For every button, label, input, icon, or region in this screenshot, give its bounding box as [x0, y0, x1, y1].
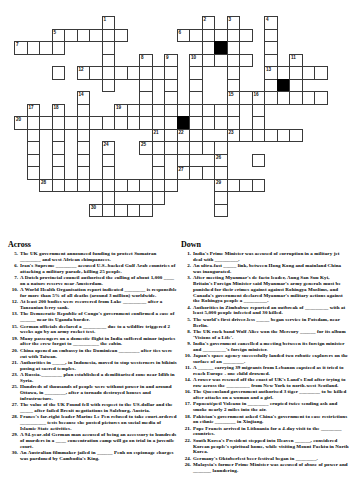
grid-cell[interactable] [227, 29, 241, 43]
grid-cell[interactable] [227, 54, 241, 68]
across-clue: 27.The value of the UK Pound fell with r… [8, 402, 178, 414]
cell-number: 30 [91, 205, 96, 210]
grid-cell[interactable] [77, 166, 91, 180]
grid-cell[interactable] [277, 66, 291, 80]
grid-cell[interactable] [164, 141, 178, 155]
grid-cell[interactable] [177, 141, 191, 155]
clue-number: 25. [8, 384, 20, 401]
down-clue: 4.Authorities in Zimbabwe reported an ou… [181, 305, 349, 317]
grid-cell[interactable] [289, 129, 303, 143]
grid-cell[interactable] [202, 166, 216, 180]
grid-cell[interactable] [152, 141, 166, 155]
grid-cell[interactable] [127, 116, 141, 130]
across-clue: 30.An Australian filmmaker jailed in ___… [8, 450, 178, 462]
grid-cell[interactable] [164, 116, 178, 130]
grid-cell[interactable] [227, 104, 241, 118]
clue-number: 18. [181, 414, 193, 426]
clue-text: After meeting Myanmar's de facto leader,… [193, 275, 349, 304]
across-clue: 23.A Russia-________ plan established a … [8, 372, 178, 384]
across-clue: 13.The Democratic Republic of Congo's go… [8, 311, 178, 323]
across-clue: 7.A Dutch provincial council authorised … [8, 275, 178, 287]
clue-number: 11. [181, 365, 193, 377]
crossword-grid: 1234567891011121314151617181920212223242… [14, 16, 328, 217]
clue-text: A ______ carrying 39 migrants from Leban… [193, 365, 349, 377]
cell-number: 2 [204, 17, 207, 22]
black-cell [214, 41, 228, 55]
grid-cell[interactable] [27, 116, 41, 130]
clue-text: The Queensland government authorised 3 t… [193, 389, 349, 401]
grid-cell[interactable] [102, 116, 116, 130]
clue-text: A rower was rescued off the coast of UK'… [193, 377, 349, 389]
cell-number: 19 [116, 105, 121, 110]
down-clue: 21.Pope Francis arrived in Lithuania for… [181, 426, 349, 438]
clue-text: Many passengers on a domestic flight in … [20, 336, 178, 348]
cell-number: 17 [29, 105, 34, 110]
grid-cell[interactable] [227, 66, 241, 80]
grid-cell[interactable]: 16 [252, 91, 266, 105]
grid-cell[interactable] [164, 79, 178, 93]
grid-cell[interactable]: 19 [114, 104, 128, 118]
grid-cell[interactable]: 6 [177, 29, 191, 43]
cell-number: 1 [104, 17, 107, 22]
across-clue: 12.At least 200 bodies were recovered fr… [8, 299, 178, 311]
grid-cell[interactable] [264, 41, 278, 55]
grid-cell[interactable] [164, 91, 178, 105]
cell-number: 10 [191, 55, 196, 60]
grid-cell[interactable] [52, 41, 66, 55]
puzzle-page: 1234567891011121314151617181920212223242… [0, 0, 353, 500]
grid-cell[interactable] [77, 104, 91, 118]
grid-cell[interactable]: 4 [264, 16, 278, 30]
across-clue: 5.The UK government announced funding to… [8, 251, 178, 263]
grid-cell[interactable] [214, 141, 228, 155]
grid-cell[interactable] [214, 204, 228, 218]
cell-number: 27 [179, 167, 184, 172]
clue-number: 13. [8, 311, 20, 323]
cell-number: 28 [41, 180, 46, 185]
grid-cell[interactable] [227, 41, 241, 55]
grid-cell[interactable] [139, 79, 153, 93]
grid-cell[interactable] [189, 91, 203, 105]
down-clue: 18.Pakistan's government asked China's g… [181, 414, 349, 426]
grid-cell[interactable]: 25 [139, 141, 153, 155]
clue-text: A Dutch provincial council authorised th… [20, 275, 178, 287]
grid-cell[interactable] [214, 166, 228, 180]
grid-cell[interactable] [102, 154, 116, 168]
grid-cell[interactable] [152, 179, 166, 193]
down-clue-list: 1.India's Prime Minister was accused of … [181, 251, 349, 473]
cell-number: 6 [179, 30, 182, 35]
grid-cell[interactable] [239, 29, 253, 43]
grid-cell[interactable] [64, 116, 78, 130]
clue-text: At least 200 bodies were recovered from … [20, 299, 178, 311]
grid-cell[interactable] [102, 29, 116, 43]
grid-cell[interactable] [177, 154, 191, 168]
grid-cell[interactable] [52, 154, 66, 168]
grid-cell[interactable] [202, 29, 216, 43]
grid-cell[interactable] [214, 191, 228, 205]
across-clue: 29.A 94-year-old German man accused of b… [8, 432, 178, 449]
grid-cell[interactable]: 17 [27, 104, 41, 118]
clue-text: China opened an embassy in the Dominican… [20, 348, 178, 360]
down-clue: 8.The UK rock band Wolf Alice won the Me… [181, 329, 349, 341]
clue-number: 17. [181, 401, 193, 413]
grid-cell[interactable] [52, 166, 66, 180]
grid-cell[interactable] [189, 129, 203, 143]
clue-text: The value of the UK Pound fell with resp… [20, 402, 178, 414]
across-clue: 6.Iran's Supreme ________ accused U.S.-b… [8, 263, 178, 275]
clue-text: Authorities in _____, in Indonesia, move… [20, 360, 178, 372]
grid-cell[interactable]: 24 [102, 141, 116, 155]
clue-number: 3. [181, 275, 193, 304]
grid-cell[interactable]: 11 [289, 54, 303, 68]
grid-cell[interactable] [277, 91, 291, 105]
grid-cell[interactable] [239, 54, 253, 68]
clue-text: Popocatépetl Volcano in ________ erupted… [193, 401, 349, 413]
clue-number: 28. [8, 414, 20, 431]
grid-cell[interactable] [27, 154, 41, 168]
clue-number: 19. [8, 336, 20, 348]
clue-text: A World Health Organisation report indic… [20, 287, 178, 299]
clue-text: The UK rock band Wolf Alice won the Merc… [193, 329, 349, 341]
grid-cell[interactable] [64, 179, 78, 193]
cell-number: 9 [166, 55, 169, 60]
grid-cell[interactable] [252, 154, 266, 168]
clue-number: 15. [8, 324, 20, 336]
across-clue: 15.German officials declared a _________… [8, 324, 178, 336]
clue-number: 23. [8, 372, 20, 384]
clue-text: The Democratic Republic of Congo's gover… [20, 311, 178, 323]
grid-cell[interactable] [252, 104, 266, 118]
cell-number: 8 [141, 55, 144, 60]
cell-number: 4 [266, 17, 269, 22]
clue-number: 24. [181, 456, 193, 462]
grid-cell[interactable] [127, 204, 141, 218]
grid-cell[interactable] [27, 141, 41, 155]
grid-cell[interactable]: 26 [214, 154, 228, 168]
grid-cell[interactable] [52, 116, 66, 130]
grid-cell[interactable] [264, 129, 278, 143]
down-clue: 26.Malaysia's former Prime Minister was … [181, 462, 349, 474]
down-clue: 11.A ______ carrying 39 migrants from Le… [181, 365, 349, 377]
grid-cell[interactable] [114, 66, 128, 80]
grid-cell[interactable]: 28 [39, 179, 53, 193]
down-clue: 2.An ultra-fast _____ link, between Hong… [181, 263, 349, 275]
across-clue: 20.China opened an embassy in the Domini… [8, 348, 178, 360]
clue-number: 20. [8, 348, 20, 360]
clue-text: Iran's Supreme ________ accused U.S.-bac… [20, 263, 178, 275]
clue-text: A Russia-________ plan established a dem… [20, 372, 178, 384]
grid-cell[interactable] [264, 54, 278, 68]
grid-cell[interactable] [27, 129, 41, 143]
grid-cell[interactable] [52, 66, 66, 80]
grid-cell[interactable] [239, 129, 253, 143]
clue-number: 26. [181, 462, 193, 474]
grid-cell[interactable] [164, 179, 178, 193]
grid-cell[interactable] [227, 116, 241, 130]
grid-cell[interactable] [89, 116, 103, 130]
down-clue: 24.Germany's Oktoberfest beer festival b… [181, 456, 349, 462]
grid-cell[interactable] [277, 129, 291, 143]
cell-number: 26 [216, 155, 221, 160]
across-clue: 21.Authorities in _____, in Indonesia, m… [8, 360, 178, 372]
grid-cell[interactable] [252, 129, 266, 143]
grid-cell[interactable] [139, 66, 153, 80]
grid-cell[interactable] [102, 41, 116, 55]
grid-cell[interactable]: 21 [152, 129, 166, 143]
grid-cell[interactable] [102, 179, 116, 193]
clue-number: 30. [8, 450, 20, 462]
grid-cell[interactable] [102, 79, 116, 93]
grid-cell[interactable]: 14 [77, 91, 91, 105]
clue-text: A 94-year-old German man accused of bein… [20, 432, 178, 449]
grid-cell[interactable] [114, 204, 128, 218]
grid-cell[interactable]: 9 [164, 54, 178, 68]
grid-cell[interactable] [77, 154, 91, 168]
grid-cell[interactable] [302, 66, 316, 80]
grid-cell[interactable]: 27 [177, 166, 191, 180]
grid-cell[interactable] [52, 129, 66, 143]
clue-text: South Korea's President stepped into Hea… [193, 438, 349, 455]
clue-number: 27. [8, 402, 20, 414]
grid-cell[interactable] [64, 29, 78, 43]
grid-cell[interactable]: 29 [214, 179, 228, 193]
grid-cell[interactable] [252, 116, 266, 130]
grid-cell[interactable] [189, 116, 203, 130]
down-clue: 5.The world's first driver-less _____ be… [181, 317, 349, 329]
grid-cell[interactable]: 1 [102, 16, 116, 30]
grid-cell[interactable] [314, 91, 328, 105]
grid-cell[interactable]: 5 [52, 29, 66, 43]
grid-cell[interactable] [289, 66, 303, 80]
grid-cell[interactable] [139, 204, 153, 218]
grid-cell[interactable] [89, 29, 103, 43]
across-clue: 10.A World Health Organisation report in… [8, 287, 178, 299]
cell-number: 29 [216, 180, 221, 185]
grid-cell[interactable] [77, 116, 91, 130]
cell-number: 14 [79, 92, 84, 97]
grid-cell[interactable] [152, 116, 166, 130]
grid-cell[interactable] [189, 66, 203, 80]
grid-cell[interactable]: 12 [77, 66, 91, 80]
down-heading: Down [181, 240, 349, 249]
grid-cell[interactable] [89, 66, 103, 80]
across-section: Across 5.The UK government announced fun… [8, 240, 178, 462]
clue-text: India's Prime Minister was accused of co… [193, 251, 349, 263]
cell-number: 22 [179, 130, 184, 135]
clue-number: 8. [181, 329, 193, 341]
grid-cell[interactable] [127, 104, 141, 118]
grid-cell[interactable] [114, 29, 128, 43]
down-clue: 22.South Korea's President stepped into … [181, 438, 349, 455]
grid-cell[interactable]: 2 [202, 16, 216, 30]
grid-cell[interactable] [252, 179, 266, 193]
grid-cell[interactable] [289, 79, 303, 93]
across-clue: 25.Hundreds of thousands of people were … [8, 384, 178, 401]
cell-number: 21 [154, 130, 159, 135]
down-clue: 17.Popocatépetl Volcano in ________ erup… [181, 401, 349, 413]
grid-cell[interactable] [152, 166, 166, 180]
grid-cell[interactable] [27, 166, 41, 180]
grid-cell[interactable]: 15 [227, 91, 241, 105]
grid-cell[interactable] [114, 116, 128, 130]
cell-number: 12 [79, 67, 84, 72]
down-clue: 3.After meeting Myanmar's de facto leade… [181, 275, 349, 304]
grid-cell[interactable] [202, 104, 216, 118]
grid-cell[interactable] [77, 129, 91, 143]
grid-cell[interactable] [239, 91, 253, 105]
down-clue: 9.India's government cancelled a meeting… [181, 341, 349, 353]
clue-number: 10. [181, 353, 193, 365]
grid-cell[interactable] [189, 166, 203, 180]
grid-cell[interactable]: 20 [14, 116, 28, 130]
grid-cell[interactable] [289, 91, 303, 105]
clue-number: 16. [181, 389, 193, 401]
grid-cell[interactable] [202, 141, 216, 155]
across-heading: Across [8, 240, 178, 249]
clue-text: France's far-right leader Marine Le Pen … [20, 414, 178, 431]
clue-text: Malaysia's former Prime Minister was acc… [193, 462, 349, 474]
cell-number: 3 [229, 17, 232, 22]
grid-cell[interactable] [152, 154, 166, 168]
grid-cell[interactable] [202, 41, 216, 55]
grid-cell[interactable] [102, 166, 116, 180]
grid-cell[interactable] [164, 66, 178, 80]
grid-cell[interactable] [27, 41, 41, 55]
clue-number: 1. [181, 251, 193, 263]
clue-text: An ultra-fast _____ link, between Hong K… [193, 263, 349, 275]
grid-cell[interactable] [77, 141, 91, 155]
grid-cell[interactable] [114, 179, 128, 193]
grid-cell[interactable] [89, 179, 103, 193]
grid-cell[interactable] [127, 66, 141, 80]
grid-cell[interactable] [139, 179, 153, 193]
clue-number: 29. [8, 432, 20, 449]
clue-text: The world's first driver-less _____ bega… [193, 317, 349, 329]
clue-text: Pakistan's government asked China's gove… [193, 414, 349, 426]
clue-number: 2. [181, 263, 193, 275]
grid-cell[interactable] [189, 141, 203, 155]
cell-number: 11 [291, 55, 296, 60]
grid-cell[interactable] [139, 91, 153, 105]
down-clue: 1.India's Prime Minister was accused of … [181, 251, 349, 263]
grid-cell[interactable] [152, 66, 166, 80]
clue-number: 12. [8, 299, 20, 311]
grid-cell[interactable] [52, 141, 66, 155]
grid-cell[interactable] [302, 91, 316, 105]
down-clue: 10.Japan's space agency successfully lan… [181, 353, 349, 365]
clue-number: 5. [181, 317, 193, 329]
grid-cell[interactable]: 7 [14, 41, 28, 55]
down-section: Down 1.India's Prime Minister was accuse… [181, 240, 349, 474]
grid-cell[interactable] [102, 54, 116, 68]
grid-cell[interactable] [152, 191, 166, 205]
cell-number: 15 [229, 92, 234, 97]
cell-number: 5 [54, 30, 57, 35]
grid-cell[interactable] [214, 29, 228, 43]
clue-text: Germany's Oktoberfest beer festival bega… [193, 456, 349, 462]
grid-cell[interactable] [189, 104, 203, 118]
clue-number: 6. [8, 263, 20, 275]
grid-cell[interactable]: 8 [139, 54, 153, 68]
grid-cell[interactable] [214, 116, 228, 130]
down-clue: 16.The Queensland government authorised … [181, 389, 349, 401]
grid-cell[interactable] [264, 29, 278, 43]
grid-cell[interactable] [102, 204, 116, 218]
cell-number: 25 [141, 142, 146, 147]
grid-cell[interactable] [102, 191, 116, 205]
clue-number: 14. [181, 377, 193, 389]
grid-cell[interactable] [227, 179, 241, 193]
grid-cell[interactable]: 10 [189, 54, 203, 68]
grid-cell[interactable] [189, 29, 203, 43]
grid-cell[interactable]: 18 [52, 104, 66, 118]
clue-text: An Australian filmmaker jailed in ______… [20, 450, 178, 462]
grid-cell[interactable] [39, 41, 53, 55]
clue-number: 22. [181, 438, 193, 455]
clue-number: 5. [8, 251, 20, 263]
grid-cell[interactable]: 13 [264, 66, 278, 80]
down-clue: 14.A rower was rescued off the coast of … [181, 377, 349, 389]
grid-cell[interactable] [139, 116, 153, 130]
clue-text: India's government cancelled a meeting b… [193, 341, 349, 353]
grid-cell[interactable]: 30 [89, 204, 103, 218]
clue-text: The UK government announced funding to p… [20, 251, 178, 263]
grid-cell[interactable] [77, 29, 91, 43]
grid-cell[interactable] [164, 129, 178, 143]
grid-cell[interactable] [202, 54, 216, 68]
grid-cell[interactable] [314, 66, 328, 80]
cell-number: 23 [229, 130, 234, 135]
cell-number: 7 [16, 42, 19, 47]
cell-number: 18 [54, 105, 59, 110]
grid-cell[interactable] [177, 104, 191, 118]
clue-text: Japan's space agency successfully landed… [193, 353, 349, 365]
grid-cell[interactable] [127, 179, 141, 193]
grid-cell[interactable]: 22 [177, 129, 191, 143]
grid-cell[interactable] [214, 54, 228, 68]
clue-number: 21. [181, 426, 193, 438]
grid-cell[interactable] [264, 91, 278, 105]
black-cell [177, 116, 191, 130]
grid-cell[interactable] [39, 116, 53, 130]
grid-cell[interactable] [52, 179, 66, 193]
across-clue: 28.France's far-right leader Marine Le P… [8, 414, 178, 431]
grid-cell[interactable] [264, 79, 278, 93]
black-cell [277, 79, 291, 93]
clue-number: 10. [8, 287, 20, 299]
clue-number: 4. [181, 305, 193, 317]
clue-text: German officials declared a _________ du… [20, 324, 178, 336]
clue-number: 7. [8, 275, 20, 287]
grid-cell[interactable] [164, 104, 178, 118]
grid-cell[interactable] [214, 104, 228, 118]
grid-cell[interactable] [102, 66, 116, 80]
grid-cell[interactable]: 23 [227, 129, 241, 143]
clue-number: 21. [8, 360, 20, 372]
across-clue-list: 5.The UK government announced funding to… [8, 251, 178, 461]
grid-cell[interactable] [77, 179, 91, 193]
grid-cell[interactable] [202, 116, 216, 130]
grid-cell[interactable] [152, 104, 166, 118]
grid-cell[interactable] [227, 79, 241, 93]
clue-text: Hundreds of thousands of people were wit… [20, 384, 178, 401]
grid-cell[interactable]: 3 [227, 16, 241, 30]
grid-cell[interactable] [189, 79, 203, 93]
grid-cell[interactable] [239, 179, 253, 193]
grid-cell[interactable] [139, 104, 153, 118]
cell-number: 13 [266, 67, 271, 72]
